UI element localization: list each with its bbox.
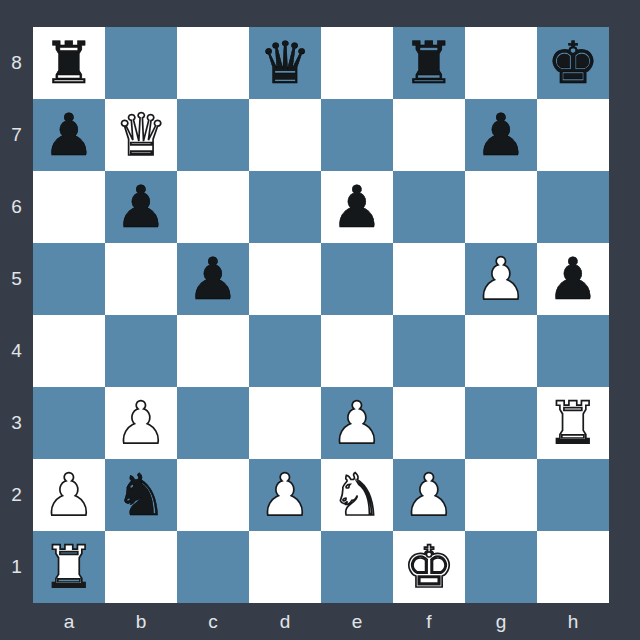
square-d5[interactable] bbox=[249, 243, 321, 315]
square-d2[interactable]: ♟ bbox=[249, 459, 321, 531]
square-h6[interactable] bbox=[537, 171, 609, 243]
piece-wk-f1: ♚ bbox=[403, 531, 455, 603]
piece-bp-b6: ♟ bbox=[115, 171, 167, 243]
piece-wr-h3: ♜ bbox=[547, 387, 599, 459]
square-d8[interactable]: ♛ bbox=[249, 27, 321, 99]
square-h4[interactable] bbox=[537, 315, 609, 387]
file-label-h: h bbox=[537, 611, 609, 633]
piece-wp-f2: ♟ bbox=[403, 459, 455, 531]
piece-bk-h8: ♚ bbox=[547, 27, 599, 99]
square-c2[interactable] bbox=[177, 459, 249, 531]
square-d6[interactable] bbox=[249, 171, 321, 243]
file-label-b: b bbox=[105, 611, 177, 633]
file-label-e: e bbox=[321, 611, 393, 633]
piece-wp-g5: ♟ bbox=[475, 243, 527, 315]
square-e3[interactable]: ♟ bbox=[321, 387, 393, 459]
square-h3[interactable]: ♜ bbox=[537, 387, 609, 459]
square-c5[interactable]: ♟ bbox=[177, 243, 249, 315]
square-g6[interactable] bbox=[465, 171, 537, 243]
file-label-a: a bbox=[33, 611, 105, 633]
square-a5[interactable] bbox=[33, 243, 105, 315]
square-f4[interactable] bbox=[393, 315, 465, 387]
piece-wp-d2: ♟ bbox=[259, 459, 311, 531]
square-e7[interactable] bbox=[321, 99, 393, 171]
square-d7[interactable] bbox=[249, 99, 321, 171]
piece-bp-h5: ♟ bbox=[547, 243, 599, 315]
square-e1[interactable] bbox=[321, 531, 393, 603]
square-c1[interactable] bbox=[177, 531, 249, 603]
square-b6[interactable]: ♟ bbox=[105, 171, 177, 243]
chess-app: 87654321 ♜♛♜♚♟♛♟♟♟♟♟♟♟♟♜♟♞♟♞♟♜♚ abcdefgh bbox=[0, 0, 640, 640]
square-b2[interactable]: ♞ bbox=[105, 459, 177, 531]
square-f5[interactable] bbox=[393, 243, 465, 315]
rank-label-5: 5 bbox=[0, 243, 33, 315]
square-g5[interactable]: ♟ bbox=[465, 243, 537, 315]
square-b7[interactable]: ♛ bbox=[105, 99, 177, 171]
square-f3[interactable] bbox=[393, 387, 465, 459]
square-h7[interactable] bbox=[537, 99, 609, 171]
square-a1[interactable]: ♜ bbox=[33, 531, 105, 603]
square-f8[interactable]: ♜ bbox=[393, 27, 465, 99]
square-h1[interactable] bbox=[537, 531, 609, 603]
piece-bp-e6: ♟ bbox=[331, 171, 383, 243]
piece-br-a8: ♜ bbox=[43, 27, 95, 99]
piece-wp-e3: ♟ bbox=[331, 387, 383, 459]
rank-labels: 87654321 bbox=[0, 27, 33, 603]
piece-bp-g7: ♟ bbox=[475, 99, 527, 171]
rank-label-8: 8 bbox=[0, 27, 33, 99]
rank-label-3: 3 bbox=[0, 387, 33, 459]
rank-label-4: 4 bbox=[0, 315, 33, 387]
square-e6[interactable]: ♟ bbox=[321, 171, 393, 243]
square-b4[interactable] bbox=[105, 315, 177, 387]
square-e8[interactable] bbox=[321, 27, 393, 99]
piece-wn-e2: ♞ bbox=[331, 459, 383, 531]
piece-bn-b2: ♞ bbox=[115, 459, 167, 531]
piece-wp-b3: ♟ bbox=[115, 387, 167, 459]
rank-label-7: 7 bbox=[0, 99, 33, 171]
square-f6[interactable] bbox=[393, 171, 465, 243]
square-c8[interactable] bbox=[177, 27, 249, 99]
square-g1[interactable] bbox=[465, 531, 537, 603]
square-h5[interactable]: ♟ bbox=[537, 243, 609, 315]
square-e2[interactable]: ♞ bbox=[321, 459, 393, 531]
chess-board: ♜♛♜♚♟♛♟♟♟♟♟♟♟♟♜♟♞♟♞♟♜♚ bbox=[33, 27, 609, 603]
square-g4[interactable] bbox=[465, 315, 537, 387]
rank-label-1: 1 bbox=[0, 531, 33, 603]
square-b1[interactable] bbox=[105, 531, 177, 603]
square-g2[interactable] bbox=[465, 459, 537, 531]
square-a4[interactable] bbox=[33, 315, 105, 387]
square-e4[interactable] bbox=[321, 315, 393, 387]
square-c6[interactable] bbox=[177, 171, 249, 243]
square-d3[interactable] bbox=[249, 387, 321, 459]
rank-label-6: 6 bbox=[0, 171, 33, 243]
square-c7[interactable] bbox=[177, 99, 249, 171]
square-d4[interactable] bbox=[249, 315, 321, 387]
square-g7[interactable]: ♟ bbox=[465, 99, 537, 171]
square-h8[interactable]: ♚ bbox=[537, 27, 609, 99]
square-a2[interactable]: ♟ bbox=[33, 459, 105, 531]
square-d1[interactable] bbox=[249, 531, 321, 603]
square-a7[interactable]: ♟ bbox=[33, 99, 105, 171]
file-label-g: g bbox=[465, 611, 537, 633]
square-a3[interactable] bbox=[33, 387, 105, 459]
square-e5[interactable] bbox=[321, 243, 393, 315]
piece-bp-a7: ♟ bbox=[43, 99, 95, 171]
square-h2[interactable] bbox=[537, 459, 609, 531]
square-b5[interactable] bbox=[105, 243, 177, 315]
file-label-f: f bbox=[393, 611, 465, 633]
square-a8[interactable]: ♜ bbox=[33, 27, 105, 99]
piece-wp-a2: ♟ bbox=[43, 459, 95, 531]
rank-label-2: 2 bbox=[0, 459, 33, 531]
square-f7[interactable] bbox=[393, 99, 465, 171]
square-f2[interactable]: ♟ bbox=[393, 459, 465, 531]
file-label-d: d bbox=[249, 611, 321, 633]
square-c3[interactable] bbox=[177, 387, 249, 459]
piece-bp-c5: ♟ bbox=[187, 243, 239, 315]
square-g3[interactable] bbox=[465, 387, 537, 459]
square-f1[interactable]: ♚ bbox=[393, 531, 465, 603]
piece-bq-d8: ♛ bbox=[259, 27, 311, 99]
square-b3[interactable]: ♟ bbox=[105, 387, 177, 459]
square-c4[interactable] bbox=[177, 315, 249, 387]
square-b8[interactable] bbox=[105, 27, 177, 99]
square-a6[interactable] bbox=[33, 171, 105, 243]
file-labels: abcdefgh bbox=[33, 603, 609, 640]
file-label-c: c bbox=[177, 611, 249, 633]
piece-br-f8: ♜ bbox=[403, 27, 455, 99]
piece-wr-a1: ♜ bbox=[43, 531, 95, 603]
piece-wq-b7: ♛ bbox=[115, 99, 167, 171]
square-g8[interactable] bbox=[465, 27, 537, 99]
